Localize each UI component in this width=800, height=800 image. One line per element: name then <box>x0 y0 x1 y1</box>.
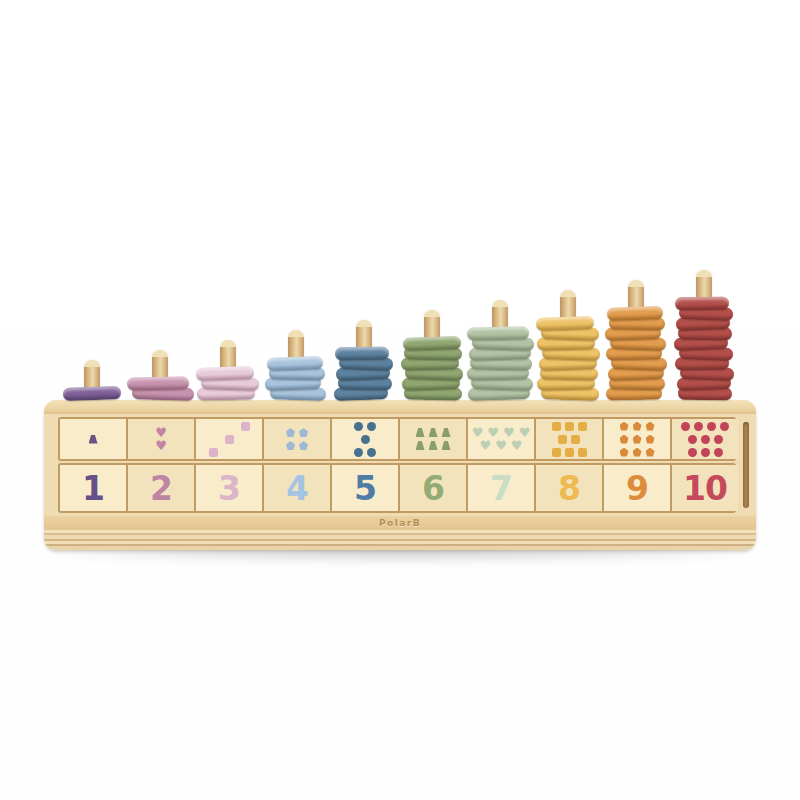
circle-glyph <box>688 448 697 457</box>
pentagon-glyph <box>286 428 295 437</box>
stack-5-piece-5-circle <box>335 347 389 361</box>
triangle-glyph <box>416 428 425 437</box>
heart-glyph: ♥ <box>155 441 167 451</box>
stack-1-piece-1-triangle <box>63 386 121 401</box>
product-photo-background: ♥♥♥♥♥♥♥♥♥ 12345678910 PolarB <box>0 250 800 800</box>
square-glyph <box>578 448 587 457</box>
dot-tile-2: ♥♥ <box>128 419 194 459</box>
heart-glyph: ♥ <box>155 428 167 438</box>
dot-tile-6 <box>400 419 466 459</box>
pentagon-glyph <box>620 422 629 431</box>
dot-tile-3 <box>196 419 262 459</box>
stack-6-piece-6-triangle <box>403 336 461 351</box>
number-tile-9: 9 <box>604 465 670 511</box>
stack-column-3 <box>194 250 262 400</box>
stack-column-10 <box>670 250 738 400</box>
plywood-edge <box>44 530 756 550</box>
heart-glyph: ♥ <box>503 428 515 438</box>
circle-glyph <box>688 435 697 444</box>
square-glyph <box>571 435 580 444</box>
number-tile-5: 5 <box>332 465 398 511</box>
pentagon-glyph <box>646 422 655 431</box>
circle-glyph <box>361 435 370 444</box>
number-tile-2: 2 <box>128 465 194 511</box>
numeral-6: 6 <box>422 469 444 508</box>
number-tile-row: 12345678910 <box>58 463 736 513</box>
heart-glyph: ♥ <box>519 428 531 438</box>
stack-column-6 <box>398 250 466 400</box>
numeral-4: 4 <box>286 469 308 508</box>
pentagon-glyph <box>299 441 308 450</box>
number-tile-8: 8 <box>536 465 602 511</box>
board-front-face: ♥♥♥♥♥♥♥♥♥ 12345678910 <box>44 414 756 516</box>
stack-column-5 <box>330 250 398 400</box>
triangle-glyph <box>429 441 438 450</box>
numeral-5: 5 <box>354 469 376 508</box>
board-top-surface <box>44 400 756 414</box>
triangle-glyph <box>442 441 451 450</box>
circle-glyph <box>367 448 376 457</box>
heart-glyph: ♥ <box>472 428 484 438</box>
stack-column-1 <box>58 250 126 400</box>
pentagon-glyph <box>633 422 642 431</box>
square-glyph <box>552 448 561 457</box>
heart-glyph: ♥ <box>495 441 507 451</box>
square-glyph <box>241 422 250 431</box>
square-glyph <box>565 422 574 431</box>
circle-glyph <box>694 422 703 431</box>
circle-glyph <box>701 435 710 444</box>
numeral-1: 1 <box>82 469 104 508</box>
stack-column-7 <box>466 250 534 400</box>
board: ♥♥♥♥♥♥♥♥♥ 12345678910 PolarB <box>44 400 756 550</box>
stack-column-2 <box>126 250 194 400</box>
stack-3-piece-3-square <box>196 366 254 381</box>
dot-tile-7: ♥♥♥♥♥♥♥ <box>468 419 534 459</box>
counting-stacker-toy: ♥♥♥♥♥♥♥♥♥ 12345678910 PolarB <box>44 250 756 550</box>
square-glyph <box>225 435 234 444</box>
dot-tile-5 <box>332 419 398 459</box>
circle-glyph <box>714 448 723 457</box>
circle-glyph <box>354 448 363 457</box>
circle-glyph <box>367 422 376 431</box>
square-glyph <box>558 435 567 444</box>
pentagon-glyph <box>620 435 629 444</box>
triangle-glyph <box>429 428 438 437</box>
number-tile-7: 7 <box>468 465 534 511</box>
dot-tile-row: ♥♥♥♥♥♥♥♥♥ <box>58 417 736 461</box>
heart-glyph: ♥ <box>487 428 499 438</box>
square-glyph <box>578 422 587 431</box>
circle-glyph <box>681 422 690 431</box>
numeral-7: 7 <box>490 469 512 508</box>
numeral-3: 3 <box>218 469 240 508</box>
pentagon-glyph <box>633 435 642 444</box>
stack-column-8 <box>534 250 602 400</box>
stacks-row <box>58 250 756 400</box>
pentagon-glyph <box>646 448 655 457</box>
square-glyph <box>552 422 561 431</box>
heart-glyph: ♥ <box>511 441 523 451</box>
number-tile-3: 3 <box>196 465 262 511</box>
board-rail: PolarB <box>44 516 756 530</box>
heart-glyph: ♥ <box>480 441 492 451</box>
pentagon-glyph <box>299 428 308 437</box>
circle-glyph <box>701 448 710 457</box>
square-glyph <box>209 448 218 457</box>
number-tile-4: 4 <box>264 465 330 511</box>
triangle-glyph <box>89 435 98 444</box>
stack-9-piece-9-pentagon <box>607 306 663 321</box>
circle-glyph <box>354 422 363 431</box>
dot-tile-1 <box>60 419 126 459</box>
numeral-9: 9 <box>626 469 648 508</box>
number-tile-10: 10 <box>672 465 738 511</box>
stack-4-piece-4-pentagon <box>267 356 323 371</box>
numeral-8: 8 <box>558 469 580 508</box>
circle-glyph <box>720 422 729 431</box>
triangle-glyph <box>416 441 425 450</box>
number-tile-1: 1 <box>60 465 126 511</box>
triangle-glyph <box>442 428 451 437</box>
numeral-2: 2 <box>150 469 172 508</box>
dot-tile-4 <box>264 419 330 459</box>
circle-glyph <box>714 435 723 444</box>
pentagon-glyph <box>633 448 642 457</box>
pentagon-glyph <box>620 448 629 457</box>
stack-column-9 <box>602 250 670 400</box>
stack-10-piece-10-circle <box>675 297 729 311</box>
square-glyph <box>565 448 574 457</box>
circle-glyph <box>707 422 716 431</box>
number-tile-6: 6 <box>400 465 466 511</box>
numeral-10: 10 <box>683 469 727 508</box>
pentagon-glyph <box>646 435 655 444</box>
tile-slot-groove <box>743 422 749 508</box>
stack-8-piece-8-square <box>536 316 594 331</box>
stack-2-piece-2-heart <box>127 376 189 390</box>
stack-7-piece-7-heart <box>467 326 529 340</box>
pentagon-glyph <box>286 441 295 450</box>
dot-tile-8 <box>536 419 602 459</box>
dot-tile-10 <box>672 419 738 459</box>
dot-tile-9 <box>604 419 670 459</box>
stack-column-4 <box>262 250 330 400</box>
brand-logo: PolarB <box>379 518 421 528</box>
